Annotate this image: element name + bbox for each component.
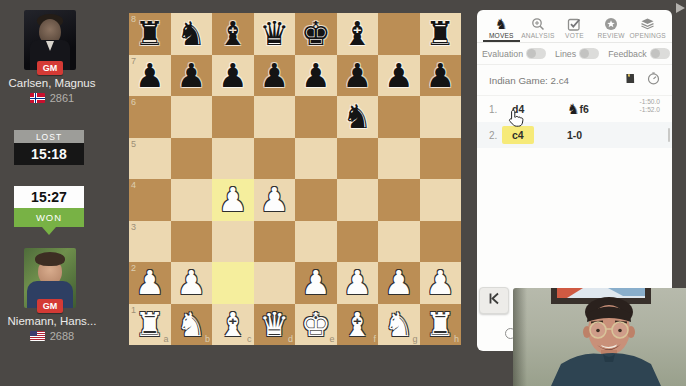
square-e2[interactable]: ♟: [295, 262, 337, 304]
feedback-toggle-label: Feedback: [608, 49, 647, 59]
black-pawn: ♟: [135, 55, 165, 97]
black-pawn: ♟: [384, 55, 414, 97]
book-icon[interactable]: [624, 71, 636, 89]
scrollbar-thumb[interactable]: [668, 128, 670, 142]
black-pawn: ♟: [218, 55, 248, 97]
square-a7[interactable]: 7♟: [129, 55, 171, 97]
file-label: g: [412, 335, 417, 344]
player-name-bottom: Niemann, Hans...: [0, 315, 104, 327]
rank-label: 6: [131, 98, 136, 107]
square-g7[interactable]: ♟: [378, 55, 420, 97]
square-c8[interactable]: ♝: [212, 13, 254, 55]
square-f2[interactable]: ♟: [337, 262, 379, 304]
square-c4[interactable]: ♟: [212, 179, 254, 221]
evaluation-toggle[interactable]: [526, 48, 546, 59]
norway-flag-icon: [30, 93, 45, 103]
square-e8[interactable]: ♚: [295, 13, 337, 55]
square-f6[interactable]: ♞: [337, 96, 379, 138]
rank-label: 5: [131, 140, 136, 149]
square-f7[interactable]: ♟: [337, 55, 379, 97]
square-e3[interactable]: [295, 221, 337, 263]
white-rook: ♜: [135, 304, 165, 346]
square-g6[interactable]: [378, 96, 420, 138]
rank-label: 4: [131, 181, 136, 190]
square-h2[interactable]: ♟: [420, 262, 462, 304]
square-e6[interactable]: [295, 96, 337, 138]
opening-row: Indian Game: 2.c4: [477, 65, 672, 96]
white-pawn: ♟: [425, 262, 455, 304]
white-bishop: ♝: [218, 304, 248, 346]
white-rook: ♜: [425, 304, 455, 346]
square-h1[interactable]: h♜: [420, 304, 462, 346]
file-label: c: [247, 335, 252, 344]
lines-toggle-label: Lines: [555, 49, 576, 59]
black-rook: ♜: [135, 13, 165, 55]
mouse-cursor-hand: [507, 109, 524, 132]
white-pawn: ♟: [218, 179, 248, 221]
square-c2[interactable]: [212, 262, 254, 304]
result-badge-lost: LOST: [14, 130, 84, 143]
gm-title-badge: GM: [37, 299, 63, 313]
square-a2[interactable]: 2♟: [129, 262, 171, 304]
tab-bar: ♞ MOVES ANALYSIS VOTE REVIEW: [477, 10, 672, 43]
square-g3[interactable]: [378, 221, 420, 263]
square-g8[interactable]: [378, 13, 420, 55]
rank-label: 1: [131, 306, 136, 315]
evaluation-toggle-label: Evaluation: [482, 49, 523, 59]
player-name-top: Carlsen, Magnus: [0, 77, 104, 89]
rating-value: 2688: [50, 330, 74, 342]
knight-icon: ♞: [495, 16, 508, 31]
square-d1[interactable]: d♛: [254, 304, 296, 346]
player-rating-bottom: 2688: [0, 330, 104, 342]
tab-moves[interactable]: ♞ MOVES: [483, 15, 520, 42]
video-shadow: [513, 288, 527, 386]
app-window: GM Carlsen, Magnus 2861 LOST 15:18 15:27…: [0, 0, 686, 386]
photo-detail: [35, 252, 65, 266]
white-pawn: ♟: [384, 262, 414, 304]
usa-flag-icon: [30, 331, 45, 341]
stopwatch-icon[interactable]: [647, 71, 660, 89]
tab-analysis[interactable]: ANALYSIS: [520, 15, 557, 42]
square-c3[interactable]: [212, 221, 254, 263]
chess-board: 8♜♞♝♛♚♝♜7♟♟♟♟♟♟♟♟6♞54♟♟32♟♟♟♟♟♟1a♜b♞c♝d♛…: [129, 13, 461, 345]
square-d3[interactable]: [254, 221, 296, 263]
square-a8[interactable]: 8♜: [129, 13, 171, 55]
rank-label: 3: [131, 223, 136, 232]
square-b6[interactable]: [171, 96, 213, 138]
skip-to-start-button[interactable]: [479, 287, 509, 314]
square-b2[interactable]: ♟: [171, 262, 213, 304]
white-pawn: ♟: [301, 262, 331, 304]
file-label: d: [288, 335, 293, 344]
black-queen: ♛: [259, 13, 289, 55]
star-icon: [604, 16, 618, 31]
square-b3[interactable]: [171, 221, 213, 263]
square-g4[interactable]: [378, 179, 420, 221]
tab-openings[interactable]: OPENINGS: [629, 15, 666, 42]
square-c6[interactable]: [212, 96, 254, 138]
layers-icon: [640, 16, 655, 31]
black-pawn: ♟: [176, 55, 206, 97]
square-d6[interactable]: [254, 96, 296, 138]
game-result: 1-0: [567, 129, 582, 141]
square-f4[interactable]: [337, 179, 379, 221]
move-black-nf6[interactable]: ♞f6: [567, 102, 589, 116]
square-g1[interactable]: g♞: [378, 304, 420, 346]
toggle-row: Evaluation Lines Feedback: [477, 43, 672, 65]
knight-icon: ♞: [567, 102, 580, 116]
clock-white: 15:27: [14, 186, 84, 208]
webcam-video[interactable]: [513, 288, 686, 386]
square-d7[interactable]: ♟: [254, 55, 296, 97]
square-b1[interactable]: b♞: [171, 304, 213, 346]
black-king: ♚: [301, 13, 331, 55]
webcam-scene: [513, 288, 686, 386]
square-h6[interactable]: [420, 96, 462, 138]
move-number: 1.: [489, 104, 506, 115]
opening-name: Indian Game: 2.c4: [489, 75, 624, 86]
rating-value: 2861: [50, 92, 74, 104]
square-a1[interactable]: 1a♜: [129, 304, 171, 346]
white-queen: ♛: [259, 304, 289, 346]
white-bishop: ♝: [342, 304, 372, 346]
black-pawn: ♟: [425, 55, 455, 97]
square-d4[interactable]: ♟: [254, 179, 296, 221]
collapse-arrow-icon[interactable]: [676, 3, 685, 13]
square-h8[interactable]: ♜: [420, 13, 462, 55]
white-king: ♚: [301, 304, 331, 346]
move-times: -1:50.0 -1:52.0: [639, 98, 660, 114]
square-d5[interactable]: [254, 138, 296, 180]
file-label: e: [329, 335, 334, 344]
gm-title-badge: GM: [37, 61, 63, 75]
square-e7[interactable]: ♟: [295, 55, 337, 97]
tab-vote[interactable]: VOTE: [556, 15, 593, 42]
file-label: a: [163, 335, 168, 344]
square-b5[interactable]: [171, 138, 213, 180]
file-label: b: [205, 335, 210, 344]
square-h5[interactable]: [420, 138, 462, 180]
lines-toggle[interactable]: [579, 48, 599, 59]
black-pawn: ♟: [342, 55, 372, 97]
square-h7[interactable]: ♟: [420, 55, 462, 97]
result-badge-won: WON: [14, 208, 84, 227]
file-label: h: [454, 335, 459, 344]
square-d8[interactable]: ♛: [254, 13, 296, 55]
square-c7[interactable]: ♟: [212, 55, 254, 97]
white-pawn: ♟: [259, 179, 289, 221]
feedback-toggle[interactable]: [650, 48, 670, 59]
rank-label: 8: [131, 15, 136, 24]
file-label: f: [373, 335, 376, 344]
square-b4[interactable]: [171, 179, 213, 221]
square-b7[interactable]: ♟: [171, 55, 213, 97]
tab-review[interactable]: REVIEW: [593, 15, 630, 42]
skip-to-start-icon: [486, 291, 502, 310]
square-e5[interactable]: [295, 138, 337, 180]
player-rating-top: 2861: [0, 92, 104, 104]
square-g2[interactable]: ♟: [378, 262, 420, 304]
square-e4[interactable]: [295, 179, 337, 221]
white-knight: ♞: [384, 304, 414, 346]
square-f5[interactable]: [337, 138, 379, 180]
checkbox-icon: [567, 16, 581, 31]
square-e1[interactable]: e♚: [295, 304, 337, 346]
square-d2[interactable]: [254, 262, 296, 304]
white-pawn: ♟: [342, 262, 372, 304]
black-pawn: ♟: [301, 55, 331, 97]
magnifier-icon: [531, 16, 545, 31]
square-h3[interactable]: [420, 221, 462, 263]
square-a4[interactable]: 4: [129, 179, 171, 221]
square-a6[interactable]: 6: [129, 96, 171, 138]
square-h4[interactable]: [420, 179, 462, 221]
white-pawn: ♟: [176, 262, 206, 304]
square-f1[interactable]: f♝: [337, 304, 379, 346]
rank-label: 2: [131, 264, 136, 273]
square-c1[interactable]: c♝: [212, 304, 254, 346]
black-bishop: ♝: [218, 13, 248, 55]
square-a3[interactable]: 3: [129, 221, 171, 263]
black-pawn: ♟: [259, 55, 289, 97]
square-c5[interactable]: [212, 138, 254, 180]
black-knight: ♞: [176, 13, 206, 55]
white-pawn: ♟: [135, 262, 165, 304]
square-b8[interactable]: ♞: [171, 13, 213, 55]
clock-black: 15:18: [14, 143, 84, 165]
square-g5[interactable]: [378, 138, 420, 180]
rank-label: 7: [131, 57, 136, 66]
black-bishop: ♝: [342, 13, 372, 55]
square-f3[interactable]: [337, 221, 379, 263]
black-rook: ♜: [425, 13, 455, 55]
black-knight: ♞: [342, 96, 372, 138]
square-f8[interactable]: ♝: [337, 13, 379, 55]
white-knight: ♞: [176, 304, 206, 346]
square-a5[interactable]: 5: [129, 138, 171, 180]
